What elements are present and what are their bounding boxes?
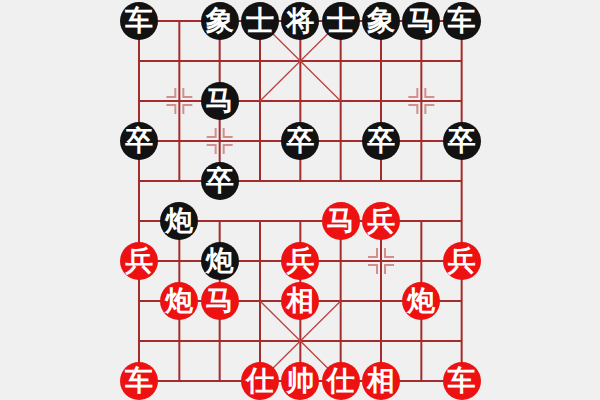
board-point[interactable]: 卒 <box>280 121 320 161</box>
board-point[interactable]: 兵 <box>361 201 401 241</box>
board-point[interactable]: 仕 <box>240 361 280 400</box>
board-point[interactable] <box>280 321 320 361</box>
board-point[interactable] <box>240 161 280 201</box>
piece-red-elephant[interactable]: 相 <box>362 362 400 400</box>
board-point[interactable]: 仕 <box>320 361 360 400</box>
board-point[interactable] <box>159 161 199 201</box>
board-point[interactable]: 马 <box>401 1 441 41</box>
board-point[interactable]: 卒 <box>119 121 159 161</box>
board-point[interactable]: 炮 <box>401 281 441 321</box>
board-point[interactable] <box>199 361 239 400</box>
piece-red-soldier[interactable]: 兵 <box>443 242 481 280</box>
board-point[interactable] <box>441 321 481 361</box>
board-point[interactable] <box>361 241 401 281</box>
board-point[interactable] <box>401 241 441 281</box>
piece-black-soldier[interactable]: 卒 <box>443 122 481 160</box>
piece-black-cannon[interactable]: 炮 <box>201 242 239 280</box>
board-point[interactable]: 相 <box>361 361 401 400</box>
board-point[interactable]: 炮 <box>199 241 239 281</box>
piece-black-chariot[interactable]: 车 <box>120 2 158 40</box>
piece-black-horse[interactable]: 马 <box>201 82 239 120</box>
piece-black-cannon[interactable]: 炮 <box>160 202 198 240</box>
board-point[interactable] <box>441 281 481 321</box>
board-point[interactable] <box>401 41 441 81</box>
board-point[interactable] <box>361 81 401 121</box>
board-point[interactable]: 卒 <box>361 121 401 161</box>
board-point[interactable]: 车 <box>441 361 481 400</box>
board-point[interactable] <box>441 201 481 241</box>
board-point[interactable] <box>119 41 159 81</box>
board-point[interactable]: 兵 <box>119 241 159 281</box>
board-point[interactable] <box>119 161 159 201</box>
piece-black-advisor[interactable]: 士 <box>241 2 279 40</box>
board-point[interactable]: 炮 <box>159 201 199 241</box>
piece-black-elephant[interactable]: 象 <box>201 2 239 40</box>
piece-red-soldier[interactable]: 兵 <box>362 202 400 240</box>
board-point[interactable] <box>199 121 239 161</box>
piece-red-advisor[interactable]: 仕 <box>241 362 279 400</box>
board-point[interactable] <box>280 41 320 81</box>
board-points-grid: 车象士将士象马车马卒卒卒卒卒炮马兵兵炮兵兵炮马相炮车仕帅仕相车 <box>119 1 482 400</box>
board-point[interactable] <box>361 41 401 81</box>
board-point[interactable] <box>240 121 280 161</box>
board-point[interactable] <box>401 121 441 161</box>
board-point[interactable] <box>159 41 199 81</box>
board-point[interactable]: 帅 <box>280 361 320 400</box>
board-point[interactable] <box>361 161 401 201</box>
board-point[interactable] <box>240 201 280 241</box>
piece-red-horse[interactable]: 马 <box>322 202 360 240</box>
board-point[interactable] <box>159 321 199 361</box>
board-point[interactable] <box>320 121 360 161</box>
piece-black-advisor[interactable]: 士 <box>322 2 360 40</box>
board-point[interactable]: 象 <box>361 1 401 41</box>
board-point[interactable]: 象 <box>199 1 239 41</box>
board-point[interactable] <box>240 41 280 81</box>
piece-red-horse[interactable]: 马 <box>201 282 239 320</box>
piece-red-advisor[interactable]: 仕 <box>322 362 360 400</box>
board-point[interactable] <box>199 41 239 81</box>
board-point[interactable] <box>119 201 159 241</box>
board-point[interactable] <box>401 201 441 241</box>
board-point[interactable] <box>199 201 239 241</box>
board-point[interactable]: 相 <box>280 281 320 321</box>
board-point[interactable] <box>401 81 441 121</box>
board-point[interactable]: 卒 <box>441 121 481 161</box>
board-point[interactable] <box>401 161 441 201</box>
piece-red-soldier[interactable]: 兵 <box>281 242 319 280</box>
board-point[interactable] <box>159 81 199 121</box>
piece-black-king[interactable]: 将 <box>281 2 319 40</box>
board-point[interactable] <box>240 241 280 281</box>
board-point[interactable] <box>240 321 280 361</box>
board-point[interactable] <box>441 161 481 201</box>
board-point[interactable] <box>119 81 159 121</box>
board-point[interactable] <box>159 361 199 400</box>
piece-red-king[interactable]: 帅 <box>281 362 319 400</box>
board-point[interactable] <box>280 81 320 121</box>
board-point[interactable] <box>119 321 159 361</box>
board-point[interactable] <box>159 121 199 161</box>
board-point[interactable]: 车 <box>441 1 481 41</box>
board-point[interactable] <box>320 81 360 121</box>
board-point[interactable] <box>401 361 441 400</box>
board-point[interactable] <box>280 201 320 241</box>
board-point[interactable] <box>159 241 199 281</box>
board-point[interactable]: 马 <box>199 81 239 121</box>
board-point[interactable]: 将 <box>280 1 320 41</box>
board-point[interactable]: 马 <box>320 201 360 241</box>
piece-black-chariot[interactable]: 车 <box>443 2 481 40</box>
board-point[interactable] <box>441 81 481 121</box>
piece-red-chariot[interactable]: 车 <box>120 362 158 400</box>
board-point[interactable] <box>240 81 280 121</box>
piece-red-cannon[interactable]: 炮 <box>402 282 440 320</box>
board-point[interactable] <box>320 41 360 81</box>
board-point[interactable] <box>320 161 360 201</box>
board-point[interactable]: 士 <box>240 1 280 41</box>
board-point[interactable]: 兵 <box>441 241 481 281</box>
board-point[interactable] <box>280 161 320 201</box>
board-point[interactable] <box>240 281 280 321</box>
board-point[interactable] <box>320 281 360 321</box>
piece-black-soldier[interactable]: 卒 <box>201 162 239 200</box>
piece-black-soldier[interactable]: 卒 <box>120 122 158 160</box>
piece-black-soldier[interactable]: 卒 <box>362 122 400 160</box>
piece-red-elephant[interactable]: 相 <box>281 282 319 320</box>
board-point[interactable] <box>320 241 360 281</box>
board-point[interactable] <box>361 281 401 321</box>
board-point[interactable] <box>361 321 401 361</box>
board-point[interactable]: 炮 <box>159 281 199 321</box>
board-point[interactable] <box>320 321 360 361</box>
board-point[interactable]: 士 <box>320 1 360 41</box>
piece-red-cannon[interactable]: 炮 <box>160 282 198 320</box>
board-point[interactable] <box>159 1 199 41</box>
board-point[interactable] <box>119 281 159 321</box>
board-point[interactable]: 兵 <box>280 241 320 281</box>
board-point[interactable]: 卒 <box>199 161 239 201</box>
board-point[interactable]: 车 <box>119 1 159 41</box>
piece-black-elephant[interactable]: 象 <box>362 2 400 40</box>
board-point[interactable]: 车 <box>119 361 159 400</box>
piece-red-soldier[interactable]: 兵 <box>120 242 158 280</box>
board-point[interactable] <box>199 321 239 361</box>
piece-black-soldier[interactable]: 卒 <box>281 122 319 160</box>
board-point[interactable]: 马 <box>199 281 239 321</box>
board-point[interactable] <box>441 41 481 81</box>
xiangqi-board: 车象士将士象马车马卒卒卒卒卒炮马兵兵炮兵兵炮马相炮车仕帅仕相车 <box>0 0 600 400</box>
piece-red-chariot[interactable]: 车 <box>443 362 481 400</box>
board-point[interactable] <box>401 321 441 361</box>
piece-black-horse[interactable]: 马 <box>402 2 440 40</box>
